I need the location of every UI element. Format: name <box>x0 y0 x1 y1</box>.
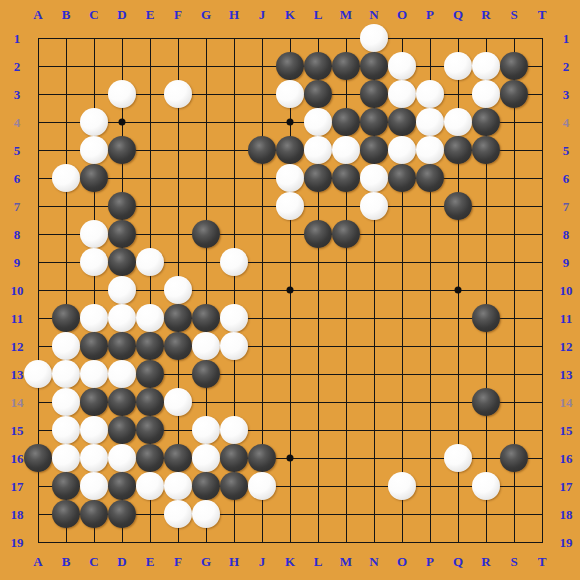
row-label-left-9: 9 <box>14 256 21 269</box>
stone-black-G17[interactable] <box>192 472 220 500</box>
row-label-left-1: 1 <box>14 32 21 45</box>
stone-white-L4[interactable] <box>304 108 332 136</box>
stone-black-B18[interactable] <box>52 500 80 528</box>
stone-black-E15[interactable] <box>136 416 164 444</box>
row-label-right-13: 13 <box>560 368 573 381</box>
col-label-bottom-D: D <box>117 555 126 568</box>
stone-white-Q2[interactable] <box>444 52 472 80</box>
col-label-bottom-B: B <box>62 555 71 568</box>
col-label-bottom-C: C <box>89 555 98 568</box>
stone-black-B17[interactable] <box>52 472 80 500</box>
stone-black-R5[interactable] <box>472 136 500 164</box>
stone-white-B14[interactable] <box>52 388 80 416</box>
stone-black-Q5[interactable] <box>444 136 472 164</box>
row-label-right-12: 12 <box>560 340 573 353</box>
col-label-top-R: R <box>481 8 490 21</box>
stone-black-G13[interactable] <box>192 360 220 388</box>
stone-black-C6[interactable] <box>80 164 108 192</box>
stone-black-P6[interactable] <box>416 164 444 192</box>
row-label-right-2: 2 <box>563 60 570 73</box>
col-label-bottom-M: M <box>340 555 352 568</box>
stone-white-C5[interactable] <box>80 136 108 164</box>
stone-white-E11[interactable] <box>136 304 164 332</box>
stone-white-N6[interactable] <box>360 164 388 192</box>
stone-white-D16[interactable] <box>108 444 136 472</box>
col-label-bottom-E: E <box>146 555 155 568</box>
stone-white-F3[interactable] <box>164 80 192 108</box>
col-label-top-L: L <box>314 8 323 21</box>
stone-black-K5[interactable] <box>276 136 304 164</box>
col-label-top-N: N <box>369 8 378 21</box>
row-label-left-15: 15 <box>11 424 24 437</box>
stone-white-O17[interactable] <box>388 472 416 500</box>
stone-white-P4[interactable] <box>416 108 444 136</box>
stone-white-F14[interactable] <box>164 388 192 416</box>
stone-white-C16[interactable] <box>80 444 108 472</box>
col-label-top-A: A <box>33 8 42 21</box>
row-label-left-12: 12 <box>11 340 24 353</box>
stone-white-M5[interactable] <box>332 136 360 164</box>
stone-white-H11[interactable] <box>220 304 248 332</box>
stone-black-N3[interactable] <box>360 80 388 108</box>
stone-white-G15[interactable] <box>192 416 220 444</box>
row-label-right-16: 16 <box>560 452 573 465</box>
stone-white-Q16[interactable] <box>444 444 472 472</box>
stone-black-M2[interactable] <box>332 52 360 80</box>
col-label-top-M: M <box>340 8 352 21</box>
row-label-right-3: 3 <box>563 88 570 101</box>
col-label-top-H: H <box>229 8 239 21</box>
col-label-bottom-F: F <box>174 555 182 568</box>
col-label-top-P: P <box>426 8 434 21</box>
col-label-top-J: J <box>259 8 266 21</box>
stone-black-S2[interactable] <box>500 52 528 80</box>
stone-black-N5[interactable] <box>360 136 388 164</box>
stone-black-F16[interactable] <box>164 444 192 472</box>
stone-black-C12[interactable] <box>80 332 108 360</box>
stone-black-E12[interactable] <box>136 332 164 360</box>
col-label-top-G: G <box>201 8 211 21</box>
col-label-top-B: B <box>62 8 71 21</box>
stone-black-L2[interactable] <box>304 52 332 80</box>
stone-black-N2[interactable] <box>360 52 388 80</box>
col-label-bottom-A: A <box>33 555 42 568</box>
stone-black-D12[interactable] <box>108 332 136 360</box>
col-label-bottom-N: N <box>369 555 378 568</box>
col-label-bottom-P: P <box>426 555 434 568</box>
stone-white-R3[interactable] <box>472 80 500 108</box>
stone-white-F10[interactable] <box>164 276 192 304</box>
stone-black-D5[interactable] <box>108 136 136 164</box>
stone-black-R4[interactable] <box>472 108 500 136</box>
stone-black-M8[interactable] <box>332 220 360 248</box>
row-label-right-17: 17 <box>560 480 573 493</box>
col-label-top-K: K <box>285 8 295 21</box>
row-label-left-16: 16 <box>11 452 24 465</box>
stone-black-S16[interactable] <box>500 444 528 472</box>
col-label-bottom-T: T <box>538 555 547 568</box>
stone-black-D17[interactable] <box>108 472 136 500</box>
grid-line-horizontal <box>38 542 543 543</box>
stone-black-D15[interactable] <box>108 416 136 444</box>
stone-white-D10[interactable] <box>108 276 136 304</box>
stone-white-C9[interactable] <box>80 248 108 276</box>
star-point-Q10 <box>455 287 462 294</box>
row-label-right-7: 7 <box>563 200 570 213</box>
stone-white-P3[interactable] <box>416 80 444 108</box>
stone-white-R2[interactable] <box>472 52 500 80</box>
stone-white-D11[interactable] <box>108 304 136 332</box>
row-label-left-3: 3 <box>14 88 21 101</box>
row-label-left-18: 18 <box>11 508 24 521</box>
row-label-right-6: 6 <box>563 172 570 185</box>
stone-white-C13[interactable] <box>80 360 108 388</box>
stone-black-G8[interactable] <box>192 220 220 248</box>
stone-black-E13[interactable] <box>136 360 164 388</box>
stone-white-D3[interactable] <box>108 80 136 108</box>
star-point-K4 <box>287 119 294 126</box>
stone-white-B15[interactable] <box>52 416 80 444</box>
col-label-top-T: T <box>538 8 547 21</box>
stone-white-P5[interactable] <box>416 136 444 164</box>
stone-white-H12[interactable] <box>220 332 248 360</box>
col-label-bottom-L: L <box>314 555 323 568</box>
stone-white-C11[interactable] <box>80 304 108 332</box>
stone-black-L3[interactable] <box>304 80 332 108</box>
stone-black-R11[interactable] <box>472 304 500 332</box>
stone-white-C4[interactable] <box>80 108 108 136</box>
row-label-right-10: 10 <box>560 284 573 297</box>
stone-white-E9[interactable] <box>136 248 164 276</box>
col-label-top-D: D <box>117 8 126 21</box>
stone-white-A13[interactable] <box>24 360 52 388</box>
stone-black-H17[interactable] <box>220 472 248 500</box>
stone-white-H15[interactable] <box>220 416 248 444</box>
stone-white-G12[interactable] <box>192 332 220 360</box>
stone-black-D9[interactable] <box>108 248 136 276</box>
star-point-D4 <box>119 119 126 126</box>
row-label-right-9: 9 <box>563 256 570 269</box>
stone-white-D13[interactable] <box>108 360 136 388</box>
row-label-right-1: 1 <box>563 32 570 45</box>
stone-black-C18[interactable] <box>80 500 108 528</box>
go-board-app: ABCDEFGHJKLMNOPQRST ABCDEFGHJKLMNOPQRST … <box>0 0 580 580</box>
stone-white-K7[interactable] <box>276 192 304 220</box>
stone-white-O5[interactable] <box>388 136 416 164</box>
col-label-bottom-J: J <box>259 555 266 568</box>
stone-black-F11[interactable] <box>164 304 192 332</box>
row-label-left-2: 2 <box>14 60 21 73</box>
stone-white-B12[interactable] <box>52 332 80 360</box>
row-label-left-17: 17 <box>11 480 24 493</box>
stone-white-E17[interactable] <box>136 472 164 500</box>
stone-white-G18[interactable] <box>192 500 220 528</box>
col-label-bottom-H: H <box>229 555 239 568</box>
stone-white-G16[interactable] <box>192 444 220 472</box>
row-label-left-11: 11 <box>11 312 23 325</box>
stone-white-K3[interactable] <box>276 80 304 108</box>
row-label-right-5: 5 <box>563 144 570 157</box>
stone-black-M6[interactable] <box>332 164 360 192</box>
row-label-left-4: 4 <box>14 116 21 129</box>
row-label-right-14: 14 <box>560 396 573 409</box>
stone-black-R14[interactable] <box>472 388 500 416</box>
stone-white-F18[interactable] <box>164 500 192 528</box>
stone-white-B13[interactable] <box>52 360 80 388</box>
col-label-bottom-Q: Q <box>453 555 463 568</box>
stone-black-G11[interactable] <box>192 304 220 332</box>
row-label-left-13: 13 <box>11 368 24 381</box>
row-label-right-4: 4 <box>563 116 570 129</box>
col-label-top-O: O <box>397 8 407 21</box>
stone-white-O2[interactable] <box>388 52 416 80</box>
stone-black-N4[interactable] <box>360 108 388 136</box>
row-label-right-19: 19 <box>560 536 573 549</box>
col-label-bottom-S: S <box>510 555 517 568</box>
col-label-top-Q: Q <box>453 8 463 21</box>
row-label-right-11: 11 <box>560 312 572 325</box>
stone-black-K2[interactable] <box>276 52 304 80</box>
stone-white-N7[interactable] <box>360 192 388 220</box>
stone-white-R17[interactable] <box>472 472 500 500</box>
stone-white-K6[interactable] <box>276 164 304 192</box>
row-label-right-18: 18 <box>560 508 573 521</box>
stone-black-D7[interactable] <box>108 192 136 220</box>
col-label-top-C: C <box>89 8 98 21</box>
stone-black-O6[interactable] <box>388 164 416 192</box>
row-label-left-7: 7 <box>14 200 21 213</box>
col-label-top-E: E <box>146 8 155 21</box>
stone-white-J17[interactable] <box>248 472 276 500</box>
col-label-top-F: F <box>174 8 182 21</box>
col-label-bottom-R: R <box>481 555 490 568</box>
stone-black-C14[interactable] <box>80 388 108 416</box>
stone-black-E16[interactable] <box>136 444 164 472</box>
stone-white-O3[interactable] <box>388 80 416 108</box>
stone-black-A16[interactable] <box>24 444 52 472</box>
stone-white-F17[interactable] <box>164 472 192 500</box>
stone-black-D8[interactable] <box>108 220 136 248</box>
grid-line-vertical <box>542 38 543 543</box>
col-label-bottom-K: K <box>285 555 295 568</box>
stone-black-S3[interactable] <box>500 80 528 108</box>
stone-white-Q4[interactable] <box>444 108 472 136</box>
row-label-right-8: 8 <box>563 228 570 241</box>
row-label-left-14: 14 <box>11 396 24 409</box>
stone-black-Q7[interactable] <box>444 192 472 220</box>
stone-black-M4[interactable] <box>332 108 360 136</box>
stone-black-O4[interactable] <box>388 108 416 136</box>
col-label-bottom-O: O <box>397 555 407 568</box>
star-point-K16 <box>287 455 294 462</box>
stone-white-B16[interactable] <box>52 444 80 472</box>
stone-white-C8[interactable] <box>80 220 108 248</box>
stone-black-J16[interactable] <box>248 444 276 472</box>
stone-black-L6[interactable] <box>304 164 332 192</box>
row-label-left-19: 19 <box>11 536 24 549</box>
stone-black-J5[interactable] <box>248 136 276 164</box>
stone-white-C15[interactable] <box>80 416 108 444</box>
stone-black-D14[interactable] <box>108 388 136 416</box>
col-label-bottom-G: G <box>201 555 211 568</box>
row-label-left-6: 6 <box>14 172 21 185</box>
stone-white-C17[interactable] <box>80 472 108 500</box>
stone-black-H16[interactable] <box>220 444 248 472</box>
col-label-top-S: S <box>510 8 517 21</box>
row-label-left-5: 5 <box>14 144 21 157</box>
row-label-left-10: 10 <box>11 284 24 297</box>
stone-white-L5[interactable] <box>304 136 332 164</box>
star-point-K10 <box>287 287 294 294</box>
stone-white-B6[interactable] <box>52 164 80 192</box>
row-label-left-8: 8 <box>14 228 21 241</box>
stone-white-N1[interactable] <box>360 24 388 52</box>
row-label-right-15: 15 <box>560 424 573 437</box>
stone-black-F12[interactable] <box>164 332 192 360</box>
stone-black-B11[interactable] <box>52 304 80 332</box>
stone-black-D18[interactable] <box>108 500 136 528</box>
stone-white-H9[interactable] <box>220 248 248 276</box>
stone-black-E14[interactable] <box>136 388 164 416</box>
stone-black-L8[interactable] <box>304 220 332 248</box>
